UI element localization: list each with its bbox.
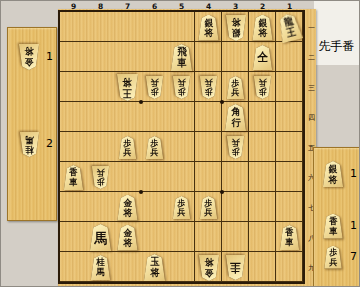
piece-kanji: 兵 [232, 139, 240, 148]
piece-gold[interactable]: 金将 [18, 44, 40, 70]
piece-kanji: 歩 [178, 199, 186, 208]
square-1-2[interactable] [276, 42, 303, 72]
square-5-9[interactable] [168, 252, 195, 282]
pawn-piece-body: 歩兵 [91, 166, 110, 189]
file-label-1: 1 [276, 2, 303, 11]
piece-kanji: 将 [204, 28, 213, 38]
pawn-piece-body: 歩兵 [145, 136, 164, 159]
square-2-6[interactable] [249, 162, 276, 192]
square-2-7[interactable] [249, 192, 276, 222]
file-label-4: 4 [195, 2, 222, 11]
piece-kanji: 銀 [204, 18, 213, 28]
piece-kanji: 将 [258, 28, 267, 38]
square-5-6[interactable] [168, 162, 195, 192]
piece-kanji: 将 [123, 208, 132, 218]
lance-piece-body: 香車 [63, 165, 84, 190]
piece-king-73[interactable]: 王将 [116, 74, 139, 101]
piece-kanji: 香 [69, 168, 77, 177]
piece-kanji: 歩 [205, 88, 213, 97]
promoted-lance-piece-body: 仝 [252, 45, 273, 70]
square-1-7[interactable] [276, 192, 303, 222]
piece-kanji: 兵 [329, 258, 337, 267]
square-9-2[interactable] [60, 42, 87, 72]
square-3-8[interactable] [222, 222, 249, 252]
turn-banner-background [314, 1, 360, 65]
piece-kanji: 馬 [96, 268, 104, 277]
square-8-3[interactable] [87, 72, 114, 102]
piece-pawn-53[interactable]: 歩兵 [172, 76, 191, 99]
pawn-piece-body: 歩兵 [226, 76, 245, 99]
square-1-5[interactable] [276, 132, 303, 162]
file-label-6: 6 [141, 2, 168, 11]
shogi-app: 先手番 一二三四五六七八九 金将1桂馬2 銀将1香車1歩兵7 987654321… [0, 0, 360, 287]
pawn-piece-body: 歩兵 [118, 136, 137, 159]
square-9-7[interactable] [60, 192, 87, 222]
gold-piece-body: 金将 [198, 255, 220, 281]
square-9-8[interactable] [60, 222, 87, 252]
pawn-piece-body: 歩兵 [172, 196, 191, 219]
piece-pawn-35[interactable]: 歩兵 [226, 136, 245, 159]
lance-piece-body: 香車 [279, 225, 300, 250]
piece-kanji: 飛 [177, 47, 186, 57]
piece-kanji: 兵 [178, 79, 186, 88]
pawn-piece-body: 歩兵 [172, 76, 191, 99]
turn-indicator: 先手番 [312, 38, 360, 55]
piece-kanji: 金 [25, 58, 34, 68]
square-8-5[interactable] [87, 132, 114, 162]
file-label-7: 7 [114, 2, 141, 11]
piece-pawn-23[interactable]: 歩兵 [253, 76, 272, 99]
square-9-9[interactable] [60, 252, 87, 282]
piece-silver-41[interactable]: 銀将 [198, 15, 220, 41]
piece-kanji: 歩 [97, 178, 105, 187]
piece-kanji: 金 [123, 198, 132, 208]
sente-hand-lance[interactable]: 香車1 [314, 212, 360, 240]
piece-kanji: 桂 [25, 145, 33, 154]
silver-piece-body: 銀将 [198, 15, 220, 41]
piece-pawn-65[interactable]: 歩兵 [145, 136, 164, 159]
piece-pawn-43[interactable]: 歩兵 [199, 76, 218, 99]
piece-pawn[interactable]: 歩兵 [324, 246, 343, 269]
gote-hand-gold-count: 1 [46, 50, 53, 63]
square-9-5[interactable] [60, 132, 87, 162]
piece-kanji: 圭 [230, 262, 241, 274]
square-7-4[interactable] [114, 102, 141, 132]
piece-kanji: 兵 [259, 79, 267, 88]
square-1-3[interactable] [276, 72, 303, 102]
piece-knight[interactable]: 桂馬 [19, 132, 40, 157]
piece-kanji: 行 [231, 118, 240, 128]
square-6-6[interactable] [141, 162, 168, 192]
pawn-piece-body: 歩兵 [199, 196, 218, 219]
square-7-9[interactable] [114, 252, 141, 282]
gote-hand-knight-count: 2 [46, 137, 53, 150]
knight-piece-body: 桂馬 [90, 255, 111, 280]
piece-silver[interactable]: 銀将 [322, 161, 344, 187]
square-6-4[interactable] [141, 102, 168, 132]
square-1-6[interactable] [276, 162, 303, 192]
silver-piece-body: 銀将 [225, 15, 247, 41]
square-3-6[interactable] [222, 162, 249, 192]
gote-captured-tray: 金将1桂馬2 [7, 27, 57, 221]
pawn-piece-body: 歩兵 [253, 76, 272, 99]
square-1-9[interactable] [276, 252, 303, 282]
square-4-6[interactable] [195, 162, 222, 192]
piece-kanji: 歩 [151, 88, 159, 97]
square-1-4[interactable] [276, 102, 303, 132]
pawn-piece-body: 歩兵 [145, 76, 164, 99]
piece-pawn-33[interactable]: 歩兵 [226, 76, 245, 99]
piece-bishop-34[interactable]: 角行 [224, 104, 247, 131]
piece-kanji: 将 [123, 238, 132, 248]
square-7-2[interactable] [114, 42, 141, 72]
piece-kanji: 香 [285, 228, 293, 237]
piece-silver-31[interactable]: 銀将 [225, 15, 247, 41]
sente-captured-tray: 銀将1香車1歩兵7 [313, 147, 360, 287]
square-6-1[interactable] [141, 12, 168, 42]
piece-kanji: 銀 [231, 28, 240, 38]
piece-kanji: 玉 [150, 257, 159, 267]
piece-kanji: 歩 [232, 148, 240, 157]
piece-kanji: 将 [150, 268, 159, 278]
piece-kanji: 歩 [205, 199, 213, 208]
piece-gold-78[interactable]: 金将 [117, 225, 139, 251]
square-5-1[interactable] [168, 12, 195, 42]
piece-kanji: 歩 [329, 248, 337, 257]
piece-kanji: 将 [329, 175, 338, 185]
square-6-8[interactable] [141, 222, 168, 252]
piece-kanji: 王 [285, 27, 296, 39]
piece-gold-77[interactable]: 金将 [117, 195, 139, 221]
piece-knight-89[interactable]: 桂馬 [90, 255, 111, 280]
file-label-3: 3 [222, 2, 249, 11]
square-7-6[interactable] [114, 162, 141, 192]
piece-pawn-63[interactable]: 歩兵 [145, 76, 164, 99]
piece-kanji: 兵 [232, 88, 240, 97]
pawn-piece-body: 歩兵 [226, 136, 245, 159]
square-8-2[interactable] [87, 42, 114, 72]
piece-kanji: 桂 [96, 258, 104, 267]
piece-kanji: 将 [204, 258, 213, 268]
piece-pawn-47[interactable]: 歩兵 [199, 196, 218, 219]
square-4-4[interactable] [195, 102, 222, 132]
piece-lance-18[interactable]: 香車 [279, 225, 300, 250]
king-piece-body: 玉将 [143, 254, 166, 281]
piece-rook-52[interactable]: 飛車 [170, 44, 193, 71]
hoshi-dot-4 [220, 190, 224, 194]
square-5-4[interactable] [168, 102, 195, 132]
piece-promoted-lance-22[interactable]: 仝 [252, 45, 273, 70]
rank-label-3: 三 [306, 83, 317, 93]
piece-kanji: 車 [69, 178, 77, 187]
gote-hand-knight[interactable]: 桂馬2 [8, 130, 56, 158]
file-label-8: 8 [87, 2, 114, 11]
horse-piece-body: 馬 [89, 224, 112, 251]
hoshi-dot-3 [139, 190, 143, 194]
piece-kanji: 歩 [151, 139, 159, 148]
piece-pawn-75[interactable]: 歩兵 [118, 136, 137, 159]
piece-lance[interactable]: 香車 [323, 214, 344, 239]
square-8-4[interactable] [87, 102, 114, 132]
file-label-2: 2 [249, 2, 276, 11]
piece-kanji: 車 [329, 227, 337, 236]
gold-piece-body: 金将 [117, 225, 139, 251]
promoted-knight-piece-body: 圭 [225, 255, 246, 280]
piece-kanji: 兵 [124, 148, 132, 157]
piece-kanji: 金 [123, 228, 132, 238]
piece-promoted-knight-39[interactable]: 圭 [225, 255, 246, 280]
square-5-5[interactable] [168, 132, 195, 162]
square-2-8[interactable] [249, 222, 276, 252]
piece-kanji: 馬 [25, 135, 33, 144]
square-8-7[interactable] [87, 192, 114, 222]
piece-horse-88[interactable]: 馬 [89, 224, 112, 251]
piece-kanji: 将 [25, 47, 34, 57]
rank-label-1: 一 [306, 23, 317, 33]
king-piece-body: 王将 [116, 74, 139, 101]
square-2-4[interactable] [249, 102, 276, 132]
sente-hand-lance-count: 1 [350, 219, 357, 232]
piece-kanji: 歩 [178, 88, 186, 97]
piece-king-69[interactable]: 玉将 [143, 254, 166, 281]
file-label-5: 5 [168, 2, 195, 11]
piece-kanji: 車 [285, 238, 293, 247]
piece-kanji: 歩 [259, 88, 267, 97]
pawn-piece-body: 歩兵 [324, 246, 343, 269]
rank-label-4: 四 [306, 113, 317, 123]
piece-gold-49[interactable]: 金将 [198, 255, 220, 281]
sente-hand-pawn[interactable]: 歩兵7 [314, 243, 360, 271]
piece-kanji: 兵 [178, 208, 186, 217]
hoshi-dot-1 [139, 100, 143, 104]
piece-silver-21[interactable]: 銀将 [252, 15, 274, 41]
piece-kanji: 角 [231, 107, 240, 117]
knight-piece-body: 桂馬 [19, 132, 40, 157]
piece-kanji: 将 [123, 77, 132, 87]
piece-kanji: 香 [329, 217, 337, 226]
piece-kanji: 歩 [232, 79, 240, 88]
piece-kanji: 銀 [258, 18, 267, 28]
square-9-3[interactable] [60, 72, 87, 102]
piece-kanji: 兵 [205, 208, 213, 217]
piece-kanji: 金 [204, 268, 213, 278]
square-6-7[interactable] [141, 192, 168, 222]
square-8-1[interactable] [87, 12, 114, 42]
rook-piece-body: 飛車 [170, 44, 193, 71]
sente-hand-silver-count: 1 [350, 167, 357, 180]
rank-label-2: 二 [306, 53, 317, 63]
square-4-5[interactable] [195, 132, 222, 162]
piece-kanji: 銀 [329, 164, 338, 174]
file-label-9: 9 [60, 2, 87, 11]
piece-kanji: 将 [231, 18, 240, 28]
piece-kanji: 車 [177, 58, 186, 68]
piece-pawn-57[interactable]: 歩兵 [172, 196, 191, 219]
piece-kanji: 兵 [151, 148, 159, 157]
square-2-5[interactable] [249, 132, 276, 162]
square-3-2[interactable] [222, 42, 249, 72]
square-9-4[interactable] [60, 102, 87, 132]
silver-piece-body: 銀将 [322, 161, 344, 187]
piece-kanji: 馬 [94, 231, 107, 245]
gote-hand-gold[interactable]: 金将1 [8, 43, 56, 71]
gold-piece-body: 金将 [117, 195, 139, 221]
piece-kanji: 歩 [124, 139, 132, 148]
piece-kanji: 兵 [151, 79, 159, 88]
piece-pawn-86[interactable]: 歩兵 [91, 166, 110, 189]
piece-kanji: 兵 [205, 79, 213, 88]
sente-hand-silver[interactable]: 銀将1 [314, 160, 360, 188]
sente-hand-pawn-count: 7 [350, 250, 357, 263]
square-4-8[interactable] [195, 222, 222, 252]
square-5-8[interactable] [168, 222, 195, 252]
square-7-1[interactable] [114, 12, 141, 42]
lance-piece-body: 香車 [323, 214, 344, 239]
piece-kanji: 仝 [257, 52, 268, 64]
piece-kanji: 兵 [97, 169, 105, 178]
gold-piece-body: 金将 [18, 44, 40, 70]
square-6-2[interactable] [141, 42, 168, 72]
bishop-piece-body: 角行 [224, 104, 247, 131]
pawn-piece-body: 歩兵 [199, 76, 218, 99]
square-4-2[interactable] [195, 42, 222, 72]
square-2-9[interactable] [249, 252, 276, 282]
piece-lance-96[interactable]: 香車 [63, 165, 84, 190]
silver-piece-body: 銀将 [252, 15, 274, 41]
piece-kanji: 王 [123, 88, 132, 98]
square-9-1[interactable] [60, 12, 87, 42]
square-3-7[interactable] [222, 192, 249, 222]
